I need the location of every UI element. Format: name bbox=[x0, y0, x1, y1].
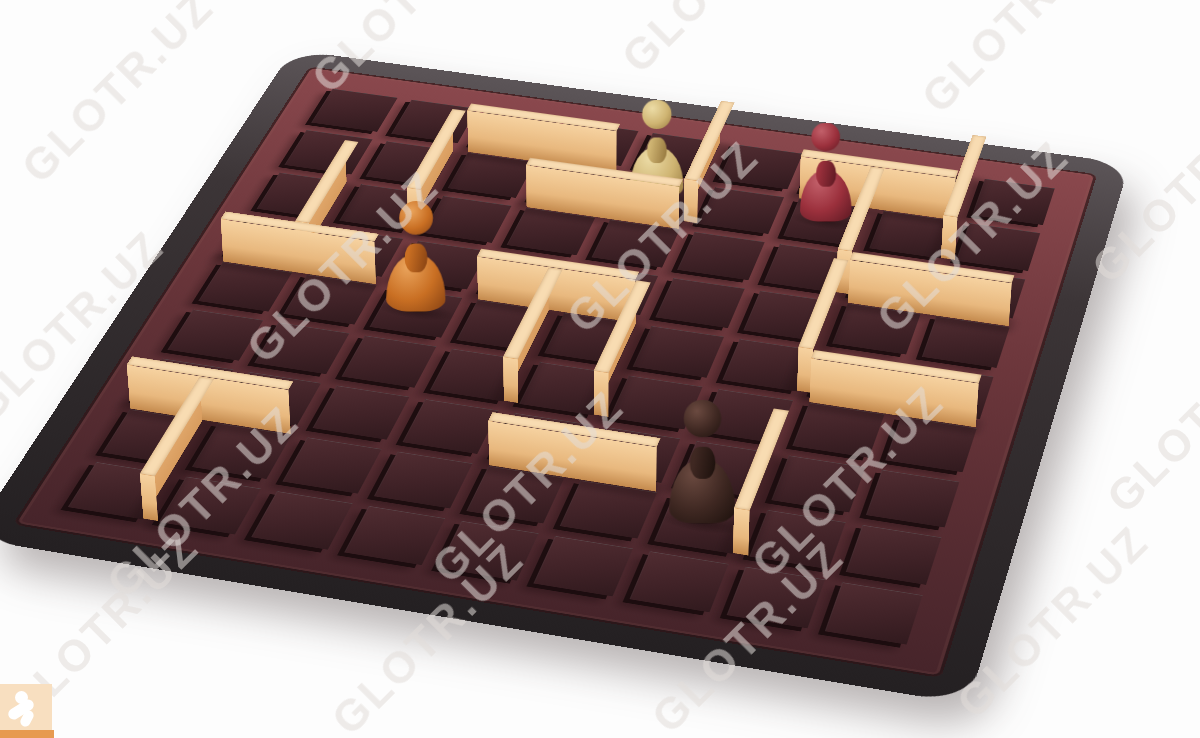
quoridor-board bbox=[0, 50, 1130, 705]
board-square-b9[interactable] bbox=[391, 100, 477, 143]
board-square-g1[interactable] bbox=[630, 551, 729, 612]
board-square-d2[interactable] bbox=[374, 452, 473, 509]
photo-stage: GLOTR.UZGLOTR.UZGLOTR.UZGLOTR.UZGLOTR.UZ… bbox=[0, 0, 1200, 738]
wall-south-face bbox=[594, 371, 609, 417]
board-square-c2[interactable] bbox=[282, 437, 381, 493]
placed-wall-a5h[interactable] bbox=[223, 254, 380, 284]
placed-wall-d7h[interactable] bbox=[527, 200, 683, 229]
wall-south-face bbox=[684, 179, 699, 223]
board-square-d1[interactable] bbox=[344, 506, 445, 565]
site-logo bbox=[0, 684, 52, 730]
pawn-red[interactable] bbox=[800, 123, 852, 223]
board-scene bbox=[0, 0, 1200, 738]
pawn-neck bbox=[405, 243, 428, 272]
board-square-f6[interactable] bbox=[655, 278, 744, 328]
wall-south-face bbox=[941, 215, 958, 260]
board-square-a9[interactable] bbox=[311, 89, 397, 132]
board-square-b4[interactable] bbox=[254, 322, 349, 374]
pawn-neck bbox=[816, 160, 836, 186]
board-square-d3[interactable] bbox=[402, 399, 498, 454]
board-square-h1[interactable] bbox=[727, 567, 825, 629]
logo-strip bbox=[0, 730, 54, 738]
board-square-c4[interactable] bbox=[342, 335, 437, 387]
wall-south-face bbox=[503, 357, 518, 403]
pawn-head bbox=[684, 400, 721, 437]
board-square-i1[interactable] bbox=[825, 582, 923, 644]
pawn-neck bbox=[690, 447, 715, 479]
board-square-i9[interactable] bbox=[972, 179, 1055, 225]
pawn-head bbox=[642, 100, 672, 130]
board-square-a4[interactable] bbox=[167, 309, 263, 360]
board-square-i2[interactable] bbox=[846, 525, 942, 585]
board-square-e1[interactable] bbox=[438, 521, 538, 581]
pawn-orange[interactable] bbox=[386, 201, 445, 312]
board-square-f7[interactable] bbox=[677, 232, 765, 280]
pawn-head bbox=[811, 123, 840, 152]
board-square-i3[interactable] bbox=[866, 470, 960, 528]
pawn-head bbox=[399, 201, 432, 234]
wall-south-face bbox=[733, 508, 750, 556]
board-square-f1[interactable] bbox=[533, 536, 633, 596]
pawn-neck bbox=[647, 137, 667, 163]
board-grid bbox=[13, 66, 1098, 678]
board-square-c3[interactable] bbox=[313, 385, 410, 439]
placed-wall-a2h[interactable] bbox=[130, 400, 296, 434]
pawn-dark-brown[interactable] bbox=[669, 400, 735, 524]
board-square-c1[interactable] bbox=[251, 491, 352, 550]
